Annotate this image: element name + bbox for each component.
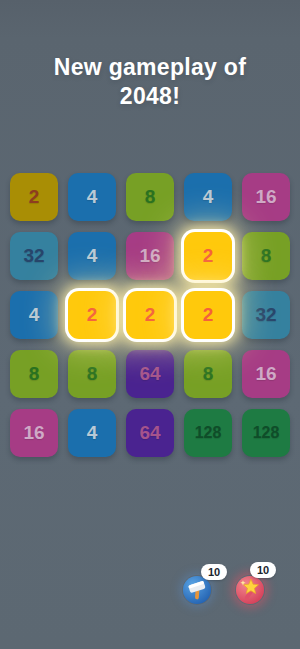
tile-16[interactable]: 16 (242, 350, 290, 398)
tile-32[interactable]: 32 (10, 232, 58, 280)
tile-4[interactable]: 4 (10, 291, 58, 339)
page-title: New gameplay of2048! (0, 53, 300, 111)
tile-64[interactable]: 64 (126, 350, 174, 398)
tile-8[interactable]: 8 (242, 232, 290, 280)
tile-8[interactable]: 8 (10, 350, 58, 398)
tile-4[interactable]: 4 (68, 232, 116, 280)
tile-2-selected[interactable]: 2 (126, 291, 174, 339)
tile-128[interactable]: 128 (184, 409, 232, 457)
title-line-1: New gameplay of (54, 54, 246, 80)
tile-2-selected[interactable]: 2 (184, 291, 232, 339)
tile-8[interactable]: 8 (184, 350, 232, 398)
app-screen: New gameplay of2048! 2484163241628422232… (0, 0, 300, 649)
tile-64[interactable]: 64 (126, 409, 174, 457)
title-line-2: 2048! (120, 83, 180, 109)
tile-4[interactable]: 4 (68, 409, 116, 457)
hammer-icon (182, 575, 212, 605)
tile-16[interactable]: 16 (126, 232, 174, 280)
tile-2[interactable]: 2 (10, 173, 58, 221)
tile-4[interactable]: 4 (184, 173, 232, 221)
tile-16[interactable]: 16 (242, 173, 290, 221)
tile-2-selected[interactable]: 2 (68, 291, 116, 339)
hammer-powerup-button[interactable] (182, 575, 212, 605)
tile-16[interactable]: 16 (10, 409, 58, 457)
game-board: 2484163241628422232886481616464128128 (10, 173, 290, 457)
tile-2-selected[interactable]: 2 (184, 232, 232, 280)
tile-8[interactable]: 8 (68, 350, 116, 398)
tile-32[interactable]: 32 (242, 291, 290, 339)
magic-wand-icon (235, 575, 265, 605)
magic-wand-powerup-button[interactable] (235, 575, 265, 605)
tile-128[interactable]: 128 (242, 409, 290, 457)
tile-8[interactable]: 8 (126, 173, 174, 221)
tile-4[interactable]: 4 (68, 173, 116, 221)
